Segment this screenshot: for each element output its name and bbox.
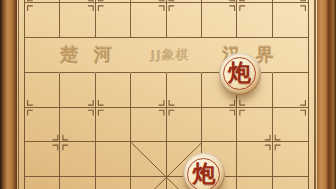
board-cell [131,108,166,143]
piece-glyph: 炮 [228,61,251,84]
board-cell [273,177,308,189]
piece-glyph: 炮 [192,162,215,185]
board-cell [25,108,60,143]
board-cell [131,73,166,108]
board-cell [273,108,308,143]
board-cell [96,3,131,38]
board-cell [25,38,60,73]
board-cell [273,38,308,73]
board-cell [237,177,272,189]
board-cell [60,3,95,38]
board-frame-right [317,0,336,189]
board-cell [60,142,95,177]
board-cell [25,142,60,177]
red-cannon[interactable]: 炮 [183,153,225,189]
board-cell [273,142,308,177]
board-cell [25,177,60,189]
board-cell [131,3,166,38]
board-cell [202,3,237,38]
board-outer-line-right [314,0,316,189]
board-cell [237,3,272,38]
xiangqi-board: 楚 河 汉 界 JJ象棋 炮炮 [0,0,336,189]
board-cell [273,73,308,108]
board-cell [131,177,166,189]
board-cell [96,108,131,143]
board-cell [96,177,131,189]
board-cell [202,108,237,143]
board-cell [60,177,95,189]
board-outer-line-left [18,0,20,189]
river-label-chu-he: 楚 河 [60,43,111,67]
board-cell [167,73,202,108]
board-cell [96,142,131,177]
board-cell [25,73,60,108]
board-cell [60,73,95,108]
board-cell [25,3,60,38]
board-cell [273,3,308,38]
red-cannon[interactable]: 炮 [219,53,261,95]
app-watermark: JJ象棋 [150,46,190,64]
board-cell [167,108,202,143]
board-grid[interactable] [24,0,309,189]
board-cell [60,108,95,143]
board-cell [237,142,272,177]
board-cell [167,3,202,38]
board-cell [237,108,272,143]
board-cell [96,73,131,108]
board-cell [131,142,166,177]
board-frame-left [0,0,17,189]
